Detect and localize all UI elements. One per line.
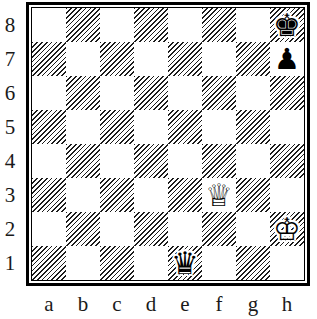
square-d5[interactable] (134, 110, 168, 144)
square-e3[interactable] (168, 178, 202, 212)
square-f8[interactable] (202, 8, 236, 42)
rank-label-5: 5 (0, 110, 20, 144)
square-h5[interactable] (270, 110, 304, 144)
white-king: ♔ (273, 212, 301, 246)
square-b1[interactable] (66, 246, 100, 280)
square-a6[interactable] (32, 76, 66, 110)
rank-label-3: 3 (0, 178, 20, 212)
square-b4[interactable] (66, 144, 100, 178)
square-f5[interactable] (202, 110, 236, 144)
square-h4[interactable] (270, 144, 304, 178)
file-label-b: b (66, 291, 100, 317)
square-a3[interactable] (32, 178, 66, 212)
file-labels: a b c d e f g h (32, 291, 304, 317)
file-label-e: e (168, 291, 202, 317)
file-label-h: h (270, 291, 304, 317)
square-h6[interactable] (270, 76, 304, 110)
square-b3[interactable] (66, 178, 100, 212)
square-f2[interactable] (202, 212, 236, 246)
square-f6[interactable] (202, 76, 236, 110)
square-e1[interactable]: ♛ (168, 246, 202, 280)
square-e6[interactable] (168, 76, 202, 110)
square-b7[interactable] (66, 42, 100, 76)
file-label-g: g (236, 291, 270, 317)
rank-label-4: 4 (0, 144, 20, 178)
square-c6[interactable] (100, 76, 134, 110)
square-b5[interactable] (66, 110, 100, 144)
chess-board: ♚♟♕♔♛ (26, 2, 310, 286)
file-label-d: d (134, 291, 168, 317)
square-c1[interactable] (100, 246, 134, 280)
square-a5[interactable] (32, 110, 66, 144)
file-label-c: c (100, 291, 134, 317)
black-pawn: ♟ (274, 42, 300, 76)
square-d8[interactable] (134, 8, 168, 42)
square-d4[interactable] (134, 144, 168, 178)
square-g7[interactable] (236, 42, 270, 76)
square-e4[interactable] (168, 144, 202, 178)
square-f1[interactable] (202, 246, 236, 280)
square-h1[interactable] (270, 246, 304, 280)
square-g4[interactable] (236, 144, 270, 178)
square-c4[interactable] (100, 144, 134, 178)
square-c7[interactable] (100, 42, 134, 76)
square-d1[interactable] (134, 246, 168, 280)
square-c5[interactable] (100, 110, 134, 144)
square-a8[interactable] (32, 8, 66, 42)
rank-labels: 8 7 6 5 4 3 2 1 (0, 8, 20, 280)
rank-label-1: 1 (0, 246, 20, 280)
rank-label-2: 2 (0, 212, 20, 246)
square-h8[interactable]: ♚ (270, 8, 304, 42)
square-b2[interactable] (66, 212, 100, 246)
square-d2[interactable] (134, 212, 168, 246)
square-d6[interactable] (134, 76, 168, 110)
square-g5[interactable] (236, 110, 270, 144)
square-f3[interactable]: ♕ (202, 178, 236, 212)
square-f7[interactable] (202, 42, 236, 76)
square-d7[interactable] (134, 42, 168, 76)
square-g1[interactable] (236, 246, 270, 280)
square-h3[interactable] (270, 178, 304, 212)
file-label-f: f (202, 291, 236, 317)
board-grid: ♚♟♕♔♛ (32, 8, 304, 280)
square-a2[interactable] (32, 212, 66, 246)
square-g2[interactable] (236, 212, 270, 246)
square-c8[interactable] (100, 8, 134, 42)
square-g6[interactable] (236, 76, 270, 110)
square-a4[interactable] (32, 144, 66, 178)
square-c2[interactable] (100, 212, 134, 246)
board-inner-frame: ♚♟♕♔♛ (31, 7, 305, 281)
square-g8[interactable] (236, 8, 270, 42)
square-b8[interactable] (66, 8, 100, 42)
square-e7[interactable] (168, 42, 202, 76)
square-h7[interactable]: ♟ (270, 42, 304, 76)
white-queen: ♕ (205, 178, 233, 212)
square-f4[interactable] (202, 144, 236, 178)
black-king: ♚ (273, 8, 301, 42)
square-g3[interactable] (236, 178, 270, 212)
rank-label-8: 8 (0, 8, 20, 42)
rank-label-7: 7 (0, 42, 20, 76)
square-h2[interactable]: ♔ (270, 212, 304, 246)
square-a7[interactable] (32, 42, 66, 76)
square-e8[interactable] (168, 8, 202, 42)
black-queen: ♛ (171, 246, 199, 280)
square-d3[interactable] (134, 178, 168, 212)
square-c3[interactable] (100, 178, 134, 212)
rank-label-6: 6 (0, 76, 20, 110)
square-b6[interactable] (66, 76, 100, 110)
chess-diagram: 8 7 6 5 4 3 2 1 ♚♟♕♔♛ a b c d e f g h (0, 0, 317, 319)
square-e5[interactable] (168, 110, 202, 144)
square-e2[interactable] (168, 212, 202, 246)
file-label-a: a (32, 291, 66, 317)
square-a1[interactable] (32, 246, 66, 280)
